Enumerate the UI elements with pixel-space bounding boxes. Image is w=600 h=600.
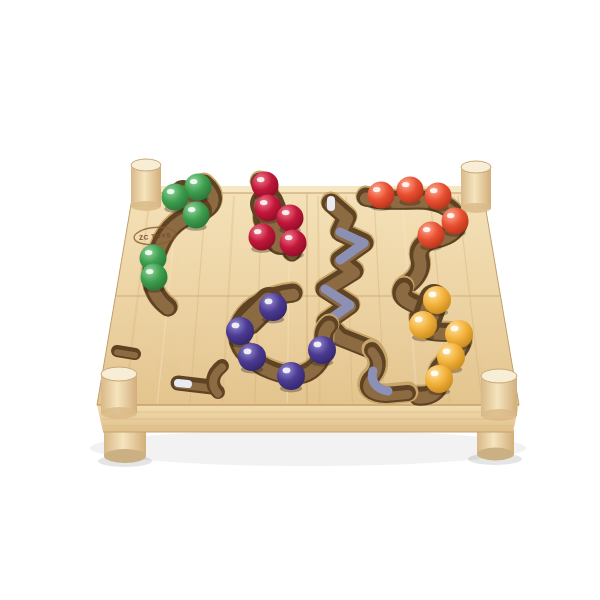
ball-purple-1[interactable] (259, 293, 287, 323)
corner-post-top-right (461, 161, 491, 213)
product-photo: ZC TOYS (0, 0, 600, 600)
ball-purple-3[interactable] (308, 336, 336, 366)
corner-post-top-left (131, 159, 161, 211)
ball-orange-red-3[interactable] (425, 183, 452, 212)
ball-purple-5[interactable] (277, 362, 305, 392)
ball-purple-2[interactable] (226, 317, 254, 347)
ball-green-5[interactable] (141, 264, 168, 293)
ball-orange-red-4[interactable] (442, 208, 469, 237)
ball-yellow-2[interactable] (409, 311, 437, 341)
foot-left (104, 430, 146, 463)
ground-shadows (90, 430, 526, 467)
ball-orange-red-2[interactable] (368, 182, 395, 211)
ball-orange-red-1[interactable] (397, 177, 424, 206)
ball-dark-red-3[interactable] (277, 205, 304, 234)
foot-right (477, 430, 514, 461)
ball-green-3[interactable] (183, 202, 210, 231)
ball-green-1[interactable] (185, 174, 212, 203)
ball-orange-red-5[interactable] (418, 222, 445, 251)
ball-dark-red-5[interactable] (280, 230, 307, 259)
corner-post-bottom-right (481, 369, 517, 421)
ball-dark-red-4[interactable] (249, 224, 276, 253)
corner-post-bottom-left (101, 367, 137, 419)
ball-purple-4[interactable] (238, 343, 266, 373)
board-photo-canvas: ZC TOYS (0, 0, 600, 600)
ball-yellow-5[interactable] (425, 365, 453, 395)
